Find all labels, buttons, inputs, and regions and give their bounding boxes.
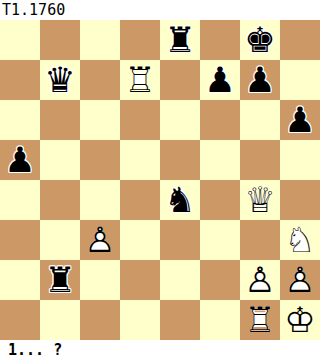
chess-board: ♜♚♛♜♖♟♟♟♟♞♛♕♟♙♞♘♜♟♙♟♙♜♖♚♔ [0, 20, 320, 340]
square-c3[interactable]: ♟♙ [80, 220, 120, 260]
square-b2[interactable]: ♜ [40, 260, 80, 300]
title-bar: T1.1760 [0, 0, 320, 20]
black-queen-glyph: ♛ [44, 60, 75, 100]
white-knight-glyph: ♘ [284, 220, 315, 260]
black-king-glyph: ♚ [244, 20, 275, 60]
square-e4[interactable]: ♞ [160, 180, 200, 220]
square-f7[interactable]: ♟ [200, 60, 240, 100]
white-pawn: ♟♙ [80, 220, 120, 260]
square-f6[interactable] [200, 100, 240, 140]
square-d4[interactable] [120, 180, 160, 220]
square-g8[interactable]: ♚ [240, 20, 280, 60]
black-knight-glyph: ♞ [164, 180, 195, 220]
white-queen-glyph: ♕ [244, 180, 275, 220]
black-rook: ♜ [40, 260, 80, 300]
square-e7[interactable] [160, 60, 200, 100]
square-e1[interactable] [160, 300, 200, 340]
square-g1[interactable]: ♜♖ [240, 300, 280, 340]
square-d3[interactable] [120, 220, 160, 260]
square-d5[interactable] [120, 140, 160, 180]
square-e8[interactable]: ♜ [160, 20, 200, 60]
white-queen: ♛♕ [240, 180, 280, 220]
square-g6[interactable] [240, 100, 280, 140]
square-h1[interactable]: ♚♔ [280, 300, 320, 340]
square-h8[interactable] [280, 20, 320, 60]
square-a5[interactable]: ♟ [0, 140, 40, 180]
square-a6[interactable] [0, 100, 40, 140]
square-f4[interactable] [200, 180, 240, 220]
status-bar: 1... ? [0, 340, 320, 360]
square-g5[interactable] [240, 140, 280, 180]
black-knight: ♞ [160, 180, 200, 220]
square-b6[interactable] [40, 100, 80, 140]
square-c6[interactable] [80, 100, 120, 140]
puzzle-title: T1.1760 [0, 0, 65, 20]
black-king: ♚ [240, 20, 280, 60]
black-pawn-glyph: ♟ [4, 140, 35, 180]
square-c7[interactable] [80, 60, 120, 100]
black-pawn-glyph: ♟ [204, 60, 235, 100]
square-g4[interactable]: ♛♕ [240, 180, 280, 220]
square-b3[interactable] [40, 220, 80, 260]
square-f2[interactable] [200, 260, 240, 300]
white-pawn: ♟♙ [280, 260, 320, 300]
square-e6[interactable] [160, 100, 200, 140]
square-h7[interactable] [280, 60, 320, 100]
square-c4[interactable] [80, 180, 120, 220]
square-e3[interactable] [160, 220, 200, 260]
square-d8[interactable] [120, 20, 160, 60]
move-prompt: 1... ? [0, 340, 62, 360]
square-e5[interactable] [160, 140, 200, 180]
square-d2[interactable] [120, 260, 160, 300]
square-b4[interactable] [40, 180, 80, 220]
square-a3[interactable] [0, 220, 40, 260]
black-pawn: ♟ [240, 60, 280, 100]
white-pawn-glyph: ♙ [84, 220, 115, 260]
white-rook-glyph: ♖ [124, 60, 155, 100]
square-b8[interactable] [40, 20, 80, 60]
square-h6[interactable]: ♟ [280, 100, 320, 140]
square-b1[interactable] [40, 300, 80, 340]
square-a4[interactable] [0, 180, 40, 220]
white-rook: ♜♖ [240, 300, 280, 340]
white-king-glyph: ♔ [284, 300, 315, 340]
white-pawn-glyph: ♙ [244, 260, 275, 300]
square-a1[interactable] [0, 300, 40, 340]
square-h2[interactable]: ♟♙ [280, 260, 320, 300]
black-pawn-glyph: ♟ [284, 100, 315, 140]
square-e2[interactable] [160, 260, 200, 300]
black-pawn-glyph: ♟ [244, 60, 275, 100]
square-f1[interactable] [200, 300, 240, 340]
square-g2[interactable]: ♟♙ [240, 260, 280, 300]
square-d7[interactable]: ♜♖ [120, 60, 160, 100]
square-d1[interactable] [120, 300, 160, 340]
white-knight: ♞♘ [280, 220, 320, 260]
black-rook-glyph: ♜ [44, 260, 75, 300]
square-c1[interactable] [80, 300, 120, 340]
white-rook: ♜♖ [120, 60, 160, 100]
square-c2[interactable] [80, 260, 120, 300]
square-c8[interactable] [80, 20, 120, 60]
square-a8[interactable] [0, 20, 40, 60]
square-c5[interactable] [80, 140, 120, 180]
square-b5[interactable] [40, 140, 80, 180]
square-h5[interactable] [280, 140, 320, 180]
square-f8[interactable] [200, 20, 240, 60]
square-a7[interactable] [0, 60, 40, 100]
white-pawn-glyph: ♙ [284, 260, 315, 300]
square-f5[interactable] [200, 140, 240, 180]
black-pawn: ♟ [200, 60, 240, 100]
white-pawn: ♟♙ [240, 260, 280, 300]
square-g3[interactable] [240, 220, 280, 260]
black-pawn: ♟ [280, 100, 320, 140]
black-queen: ♛ [40, 60, 80, 100]
square-a2[interactable] [0, 260, 40, 300]
square-d6[interactable] [120, 100, 160, 140]
square-b7[interactable]: ♛ [40, 60, 80, 100]
black-pawn: ♟ [0, 140, 40, 180]
square-g7[interactable]: ♟ [240, 60, 280, 100]
black-rook: ♜ [160, 20, 200, 60]
white-rook-glyph: ♖ [244, 300, 275, 340]
square-h4[interactable] [280, 180, 320, 220]
square-f3[interactable] [200, 220, 240, 260]
black-rook-glyph: ♜ [164, 20, 195, 60]
white-king: ♚♔ [280, 300, 320, 340]
square-h3[interactable]: ♞♘ [280, 220, 320, 260]
